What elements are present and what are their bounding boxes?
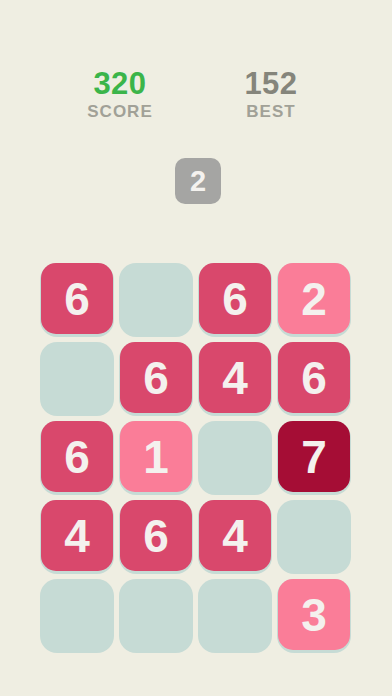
tile-value: 6 bbox=[64, 272, 90, 326]
tile-value: 1 bbox=[143, 430, 169, 484]
board-cell-r4c4 bbox=[277, 500, 351, 574]
tile-value: 6 bbox=[143, 351, 169, 405]
tile-value: 6 bbox=[222, 272, 248, 326]
board-cell-r1c3: 6 bbox=[198, 263, 272, 337]
board-cell-r5c3 bbox=[198, 579, 272, 653]
tile-value: 2 bbox=[301, 272, 327, 326]
board-cell-r4c2: 6 bbox=[119, 500, 193, 574]
tile-6[interactable]: 6 bbox=[120, 342, 192, 413]
tile-value: 3 bbox=[301, 588, 327, 642]
tile-4[interactable]: 4 bbox=[199, 342, 271, 413]
tile-6[interactable]: 6 bbox=[41, 263, 113, 334]
tile-value: 7 bbox=[301, 430, 327, 484]
game-screen: 320 SCORE 152 BEST 2 6626466174643 bbox=[0, 0, 392, 696]
board-cell-r2c4: 6 bbox=[277, 342, 351, 416]
board: 6626466174643 bbox=[40, 263, 351, 653]
board-cell-r1c2 bbox=[119, 263, 193, 337]
tile-1[interactable]: 1 bbox=[120, 421, 192, 492]
board-cell-r2c2: 6 bbox=[119, 342, 193, 416]
board-cell-r4c3: 4 bbox=[198, 500, 272, 574]
board-cell-r2c3: 4 bbox=[198, 342, 272, 416]
tile-6[interactable]: 6 bbox=[278, 342, 350, 413]
best-value: 152 bbox=[191, 68, 351, 100]
tile-6[interactable]: 6 bbox=[41, 421, 113, 492]
board-cell-r3c3 bbox=[198, 421, 272, 495]
score-block: 320 SCORE bbox=[40, 68, 200, 122]
best-label: BEST bbox=[191, 102, 351, 122]
board-cell-r4c1: 4 bbox=[40, 500, 114, 574]
tile-value: 4 bbox=[222, 351, 248, 405]
board-cell-r2c1 bbox=[40, 342, 114, 416]
tile-value: 4 bbox=[222, 509, 248, 563]
board-cell-r5c1 bbox=[40, 579, 114, 653]
tile-7[interactable]: 7 bbox=[278, 421, 350, 492]
board-cell-r1c1: 6 bbox=[40, 263, 114, 337]
next-tile-preview: 2 bbox=[175, 158, 221, 204]
tile-6[interactable]: 6 bbox=[120, 500, 192, 571]
board-cell-r1c4: 2 bbox=[277, 263, 351, 337]
tile-2[interactable]: 2 bbox=[278, 263, 350, 334]
board-cell-r3c1: 6 bbox=[40, 421, 114, 495]
tile-value: 6 bbox=[301, 351, 327, 405]
board-cell-r3c4: 7 bbox=[277, 421, 351, 495]
score-value: 320 bbox=[40, 68, 200, 100]
tile-6[interactable]: 6 bbox=[199, 263, 271, 334]
tile-value: 6 bbox=[64, 430, 90, 484]
board-cell-r5c4: 3 bbox=[277, 579, 351, 653]
board-cell-r3c2: 1 bbox=[119, 421, 193, 495]
board-cell-r5c2 bbox=[119, 579, 193, 653]
tile-value: 6 bbox=[143, 509, 169, 563]
best-block: 152 BEST bbox=[191, 68, 351, 122]
tile-4[interactable]: 4 bbox=[41, 500, 113, 571]
tile-value: 4 bbox=[64, 509, 90, 563]
tile-4[interactable]: 4 bbox=[199, 500, 271, 571]
tile-3[interactable]: 3 bbox=[278, 579, 350, 650]
score-label: SCORE bbox=[40, 102, 200, 122]
